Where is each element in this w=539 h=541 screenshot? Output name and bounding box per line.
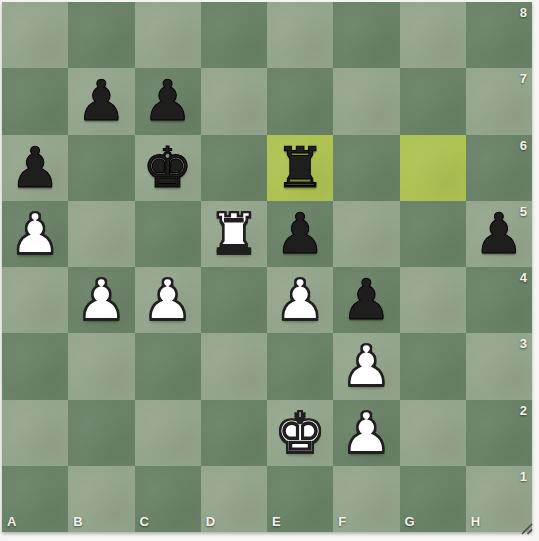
square-g7[interactable] bbox=[400, 68, 466, 134]
piece-black-pawn-f4[interactable]: ♟ bbox=[333, 267, 399, 333]
square-c8[interactable] bbox=[135, 2, 201, 68]
square-h3[interactable] bbox=[466, 333, 532, 399]
square-h2[interactable] bbox=[466, 400, 532, 466]
square-h6[interactable] bbox=[466, 135, 532, 201]
square-g3[interactable] bbox=[400, 333, 466, 399]
piece-black-pawn-a6[interactable]: ♟ bbox=[2, 135, 68, 201]
square-d4[interactable] bbox=[201, 267, 267, 333]
piece-white-pawn-b4[interactable]: ♟ bbox=[68, 267, 134, 333]
piece-white-pawn-f3[interactable]: ♟ bbox=[333, 333, 399, 399]
square-g4[interactable] bbox=[400, 267, 466, 333]
square-c1[interactable] bbox=[135, 466, 201, 532]
square-b3[interactable] bbox=[68, 333, 134, 399]
square-f6[interactable] bbox=[333, 135, 399, 201]
piece-white-pawn-f2[interactable]: ♟ bbox=[333, 400, 399, 466]
square-e1[interactable] bbox=[267, 466, 333, 532]
square-c6[interactable]: ♚ bbox=[135, 135, 201, 201]
piece-black-pawn-b7[interactable]: ♟ bbox=[68, 68, 134, 134]
square-b7[interactable]: ♟ bbox=[68, 68, 134, 134]
piece-white-pawn-e4[interactable]: ♟ bbox=[267, 267, 333, 333]
square-b6[interactable] bbox=[68, 135, 134, 201]
chess-board: ♟♟♟♚♜♟♜♟♟♟♟♟♟♟♚♟ABCDEFGH12345678 bbox=[2, 2, 532, 532]
square-a7[interactable] bbox=[2, 68, 68, 134]
square-g8[interactable] bbox=[400, 2, 466, 68]
square-h8[interactable] bbox=[466, 2, 532, 68]
square-f3[interactable]: ♟ bbox=[333, 333, 399, 399]
square-h5[interactable]: ♟ bbox=[466, 201, 532, 267]
square-c4[interactable]: ♟ bbox=[135, 267, 201, 333]
square-e3[interactable] bbox=[267, 333, 333, 399]
piece-black-rook-e6[interactable]: ♜ bbox=[267, 135, 333, 201]
square-f2[interactable]: ♟ bbox=[333, 400, 399, 466]
square-f8[interactable] bbox=[333, 2, 399, 68]
square-c5[interactable] bbox=[135, 201, 201, 267]
square-g6[interactable] bbox=[400, 135, 466, 201]
square-h7[interactable] bbox=[466, 68, 532, 134]
square-b5[interactable] bbox=[68, 201, 134, 267]
square-d6[interactable] bbox=[201, 135, 267, 201]
square-a1[interactable] bbox=[2, 466, 68, 532]
square-d3[interactable] bbox=[201, 333, 267, 399]
square-e5[interactable]: ♟ bbox=[267, 201, 333, 267]
square-e4[interactable]: ♟ bbox=[267, 267, 333, 333]
square-a3[interactable] bbox=[2, 333, 68, 399]
chess-app-window: ♟♟♟♚♜♟♜♟♟♟♟♟♟♟♚♟ABCDEFGH12345678 bbox=[0, 0, 539, 541]
square-b8[interactable] bbox=[68, 2, 134, 68]
resize-grip-icon[interactable] bbox=[520, 522, 534, 536]
square-e2[interactable]: ♚ bbox=[267, 400, 333, 466]
square-f7[interactable] bbox=[333, 68, 399, 134]
square-a5[interactable]: ♟ bbox=[2, 201, 68, 267]
piece-white-rook-d5[interactable]: ♜ bbox=[201, 201, 267, 267]
square-d7[interactable] bbox=[201, 68, 267, 134]
square-d8[interactable] bbox=[201, 2, 267, 68]
piece-black-pawn-h5[interactable]: ♟ bbox=[466, 201, 532, 267]
square-g5[interactable] bbox=[400, 201, 466, 267]
square-c2[interactable] bbox=[135, 400, 201, 466]
square-b4[interactable]: ♟ bbox=[68, 267, 134, 333]
square-d1[interactable] bbox=[201, 466, 267, 532]
piece-black-king-c6[interactable]: ♚ bbox=[135, 135, 201, 201]
square-e8[interactable] bbox=[267, 2, 333, 68]
square-g2[interactable] bbox=[400, 400, 466, 466]
square-c3[interactable] bbox=[135, 333, 201, 399]
square-c7[interactable]: ♟ bbox=[135, 68, 201, 134]
piece-white-pawn-a5[interactable]: ♟ bbox=[2, 201, 68, 267]
piece-white-king-e2[interactable]: ♚ bbox=[267, 400, 333, 466]
square-h4[interactable] bbox=[466, 267, 532, 333]
square-a8[interactable] bbox=[2, 2, 68, 68]
square-f4[interactable]: ♟ bbox=[333, 267, 399, 333]
square-b1[interactable] bbox=[68, 466, 134, 532]
square-g1[interactable] bbox=[400, 466, 466, 532]
square-e7[interactable] bbox=[267, 68, 333, 134]
square-a6[interactable]: ♟ bbox=[2, 135, 68, 201]
square-a4[interactable] bbox=[2, 267, 68, 333]
square-d5[interactable]: ♜ bbox=[201, 201, 267, 267]
square-d2[interactable] bbox=[201, 400, 267, 466]
square-b2[interactable] bbox=[68, 400, 134, 466]
piece-black-pawn-c7[interactable]: ♟ bbox=[135, 68, 201, 134]
square-f5[interactable] bbox=[333, 201, 399, 267]
piece-white-pawn-c4[interactable]: ♟ bbox=[135, 267, 201, 333]
square-e6[interactable]: ♜ bbox=[267, 135, 333, 201]
piece-black-pawn-e5[interactable]: ♟ bbox=[267, 201, 333, 267]
square-f1[interactable] bbox=[333, 466, 399, 532]
square-a2[interactable] bbox=[2, 400, 68, 466]
